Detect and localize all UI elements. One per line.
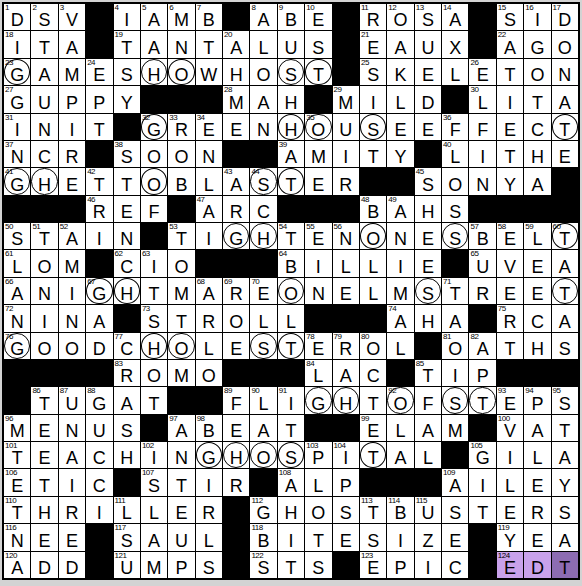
cell-r20-c12[interactable]: T xyxy=(305,524,331,550)
cell-r18-c20[interactable]: E xyxy=(524,469,550,495)
cell-r6-c6[interactable]: O xyxy=(141,141,167,167)
cell-r18-c12[interactable]: L xyxy=(305,469,331,495)
cell-r17-c3[interactable]: A xyxy=(59,442,85,468)
cell-r13-c7[interactable]: O xyxy=(168,333,194,359)
cell-r4-c11[interactable]: H xyxy=(278,86,304,112)
cell-r4-c19[interactable]: I xyxy=(497,86,523,112)
cell-r16-c21[interactable]: T xyxy=(552,415,578,441)
cell-r21-c21[interactable]: T xyxy=(552,552,578,578)
cell-r18-c18[interactable]: I xyxy=(469,469,495,495)
cell-r10-c11[interactable]: 64B xyxy=(278,250,304,276)
cell-r4-c5[interactable]: Y xyxy=(114,86,140,112)
cell-r15-c14[interactable]: T xyxy=(360,387,386,413)
cell-r12-c15[interactable]: 74A xyxy=(387,305,413,331)
cell-r15-c3[interactable]: 87U xyxy=(59,387,85,413)
cell-r3-c4[interactable]: 24E xyxy=(86,59,112,85)
cell-r19-c2[interactable]: H xyxy=(31,497,57,523)
cell-r14-c16[interactable]: 85T xyxy=(415,360,441,386)
cell-r17-c2[interactable]: E xyxy=(31,442,57,468)
cell-r17-c1[interactable]: 101T xyxy=(4,442,30,468)
cell-r9-c16[interactable]: E xyxy=(415,223,441,249)
cell-r16-c8[interactable]: 98B xyxy=(196,415,222,441)
cell-r9-c8[interactable]: I xyxy=(196,223,222,249)
cell-r10-c18[interactable]: 65U xyxy=(469,250,495,276)
cell-r12-c17[interactable]: A xyxy=(442,305,468,331)
cell-r11-c5[interactable]: H xyxy=(114,278,140,304)
cell-r19-c19[interactable]: E xyxy=(497,497,523,523)
cell-r9-c20[interactable]: 59L xyxy=(524,223,550,249)
cell-r6-c5[interactable]: 38S xyxy=(114,141,140,167)
cell-r4-c1[interactable]: 27G xyxy=(4,86,30,112)
cell-r8-c14[interactable]: 48B xyxy=(360,196,386,222)
cell-r16-c14[interactable]: 99E xyxy=(360,415,386,441)
cell-r3-c17[interactable]: L xyxy=(442,59,468,85)
cell-r11-c1[interactable]: 66A xyxy=(4,278,30,304)
cell-r11-c15[interactable]: M xyxy=(387,278,413,304)
cell-r11-c2[interactable]: N xyxy=(31,278,57,304)
cell-r16-c4[interactable]: U xyxy=(86,415,112,441)
cell-r19-c20[interactable]: R xyxy=(524,497,550,523)
cell-r1-c20[interactable]: 16I xyxy=(524,4,550,30)
cell-r9-c10[interactable]: H xyxy=(250,223,276,249)
cell-r10-c19[interactable]: V xyxy=(497,250,523,276)
cell-r5-c11[interactable]: H xyxy=(278,114,304,140)
cell-r4-c21[interactable]: A xyxy=(552,86,578,112)
cell-r17-c20[interactable]: L xyxy=(524,442,550,468)
cell-r3-c16[interactable]: E xyxy=(415,59,441,85)
cell-r3-c8[interactable]: W xyxy=(196,59,222,85)
cell-r21-c6[interactable]: M xyxy=(141,552,167,578)
cell-r6-c13[interactable]: I xyxy=(333,141,359,167)
cell-r21-c10[interactable]: 122S xyxy=(250,552,276,578)
cell-r6-c1[interactable]: 37N xyxy=(4,141,30,167)
cell-r20-c15[interactable]: I xyxy=(387,524,413,550)
cell-r17-c14[interactable]: T xyxy=(360,442,386,468)
cell-r20-c14[interactable]: S xyxy=(360,524,386,550)
cell-r5-c19[interactable]: E xyxy=(497,114,523,140)
cell-r16-c16[interactable]: A xyxy=(415,415,441,441)
cell-r14-c18[interactable]: P xyxy=(469,360,495,386)
cell-r15-c4[interactable]: 88G xyxy=(86,387,112,413)
cell-r10-c7[interactable]: O xyxy=(168,250,194,276)
cell-r13-c2[interactable]: O xyxy=(31,333,57,359)
cell-r16-c19[interactable]: 100V xyxy=(497,415,523,441)
cell-r1-c17[interactable]: 14A xyxy=(442,4,468,30)
cell-r14-c14[interactable]: C xyxy=(360,360,386,386)
cell-r19-c3[interactable]: R xyxy=(59,497,85,523)
cell-r10-c1[interactable]: 61L xyxy=(4,250,30,276)
cell-r2-c12[interactable]: S xyxy=(305,31,331,57)
cell-r17-c21[interactable]: A xyxy=(552,442,578,468)
cell-r13-c17[interactable]: 81O xyxy=(442,333,468,359)
cell-r7-c7[interactable]: B xyxy=(168,168,194,194)
cell-r16-c15[interactable]: L xyxy=(387,415,413,441)
cell-r5-c9[interactable]: E xyxy=(223,114,249,140)
cell-r7-c10[interactable]: 44S xyxy=(250,168,276,194)
cell-r20-c1[interactable]: 116N xyxy=(4,524,30,550)
cell-r19-c13[interactable]: S xyxy=(333,497,359,523)
cell-r13-c10[interactable]: S xyxy=(250,333,276,359)
cell-r7-c12[interactable]: E xyxy=(305,168,331,194)
cell-r3-c20[interactable]: O xyxy=(524,59,550,85)
cell-r1-c15[interactable]: 12O xyxy=(387,4,413,30)
cell-r5-c14[interactable]: S xyxy=(360,114,386,140)
cell-r13-c9[interactable]: E xyxy=(223,333,249,359)
cell-r4-c3[interactable]: P xyxy=(59,86,85,112)
cell-r5-c17[interactable]: 36F xyxy=(442,114,468,140)
cell-r12-c4[interactable]: A xyxy=(86,305,112,331)
cell-r11-c7[interactable]: M xyxy=(168,278,194,304)
cell-r3-c12[interactable]: T xyxy=(305,59,331,85)
cell-r13-c6[interactable]: H xyxy=(141,333,167,359)
cell-r9-c7[interactable]: 53T xyxy=(168,223,194,249)
cell-r7-c11[interactable]: T xyxy=(278,168,304,194)
cell-r2-c15[interactable]: A xyxy=(387,31,413,57)
cell-r20-c13[interactable]: E xyxy=(333,524,359,550)
cell-r5-c3[interactable]: I xyxy=(59,114,85,140)
cell-r19-c14[interactable]: 113T xyxy=(360,497,386,523)
cell-r11-c8[interactable]: 68A xyxy=(196,278,222,304)
cell-r13-c5[interactable]: 77C xyxy=(114,333,140,359)
cell-r5-c7[interactable]: 33R xyxy=(168,114,194,140)
cell-r5-c15[interactable]: E xyxy=(387,114,413,140)
cell-r16-c10[interactable]: A xyxy=(250,415,276,441)
cell-r10-c12[interactable]: I xyxy=(305,250,331,276)
cell-r19-c21[interactable]: S xyxy=(552,497,578,523)
cell-r17-c11[interactable]: S xyxy=(278,442,304,468)
cell-r21-c12[interactable]: S xyxy=(305,552,331,578)
cell-r20-c5[interactable]: 117S xyxy=(114,524,140,550)
cell-r5-c16[interactable]: E xyxy=(415,114,441,140)
cell-r5-c2[interactable]: N xyxy=(31,114,57,140)
cell-r7-c19[interactable]: Y xyxy=(497,168,523,194)
cell-r16-c5[interactable]: S xyxy=(114,415,140,441)
cell-r7-c6[interactable]: O xyxy=(141,168,167,194)
cell-r19-c6[interactable]: L xyxy=(141,497,167,523)
cell-r9-c2[interactable]: 51T xyxy=(31,223,57,249)
cell-r12-c16[interactable]: H xyxy=(415,305,441,331)
cell-r4-c2[interactable]: U xyxy=(31,86,57,112)
cell-r3-c3[interactable]: M xyxy=(59,59,85,85)
cell-r6-c19[interactable]: T xyxy=(497,141,523,167)
cell-r5-c6[interactable]: 32G xyxy=(141,114,167,140)
cell-r18-c6[interactable]: 107S xyxy=(141,469,167,495)
cell-r9-c11[interactable]: 54T xyxy=(278,223,304,249)
cell-r21-c20[interactable]: D xyxy=(524,552,550,578)
cell-r20-c11[interactable]: I xyxy=(278,524,304,550)
cell-r20-c16[interactable]: Z xyxy=(415,524,441,550)
cell-r5-c4[interactable]: T xyxy=(86,114,112,140)
cell-r6-c7[interactable]: O xyxy=(168,141,194,167)
cell-r2-c9[interactable]: 20A xyxy=(223,31,249,57)
cell-r20-c7[interactable]: U xyxy=(168,524,194,550)
cell-r2-c7[interactable]: N xyxy=(168,31,194,57)
cell-r19-c12[interactable]: O xyxy=(305,497,331,523)
cell-r20-c8[interactable]: L xyxy=(196,524,222,550)
cell-r6-c3[interactable]: R xyxy=(59,141,85,167)
cell-r16-c9[interactable]: E xyxy=(223,415,249,441)
cell-r12-c10[interactable]: L xyxy=(250,305,276,331)
cell-r14-c13[interactable]: A xyxy=(333,360,359,386)
cell-r1-c6[interactable]: 5A xyxy=(141,4,167,30)
cell-r5-c1[interactable]: 31I xyxy=(4,114,30,140)
cell-r13-c4[interactable]: D xyxy=(86,333,112,359)
cell-r9-c12[interactable]: 55E xyxy=(305,223,331,249)
cell-r10-c13[interactable]: L xyxy=(333,250,359,276)
cell-r11-c6[interactable]: T xyxy=(141,278,167,304)
cell-r5-c21[interactable]: T xyxy=(552,114,578,140)
cell-r9-c15[interactable]: N xyxy=(387,223,413,249)
cell-r19-c10[interactable]: 112G xyxy=(250,497,276,523)
cell-r13-c19[interactable]: T xyxy=(497,333,523,359)
cell-r7-c3[interactable]: E xyxy=(59,168,85,194)
cell-r5-c18[interactable]: F xyxy=(469,114,495,140)
cell-r7-c4[interactable]: 42T xyxy=(86,168,112,194)
cell-r15-c19[interactable]: 93E xyxy=(497,387,523,413)
cell-r10-c2[interactable]: O xyxy=(31,250,57,276)
cell-r6-c20[interactable]: H xyxy=(524,141,550,167)
cell-r9-c19[interactable]: 58E xyxy=(497,223,523,249)
cell-r1-c11[interactable]: 9B xyxy=(278,4,304,30)
cell-r14-c7[interactable]: M xyxy=(168,360,194,386)
cell-r2-c2[interactable]: T xyxy=(31,31,57,57)
cell-r17-c19[interactable]: I xyxy=(497,442,523,468)
cell-r2-c11[interactable]: U xyxy=(278,31,304,57)
cell-r1-c5[interactable]: 4I xyxy=(114,4,140,30)
cell-r15-c17[interactable]: S xyxy=(442,387,468,413)
cell-r17-c15[interactable]: A xyxy=(387,442,413,468)
cell-r9-c5[interactable]: N xyxy=(114,223,140,249)
cell-r6-c15[interactable]: Y xyxy=(387,141,413,167)
cell-r3-c15[interactable]: K xyxy=(387,59,413,85)
cell-r19-c15[interactable]: 114B xyxy=(387,497,413,523)
cell-r8-c17[interactable]: S xyxy=(442,196,468,222)
cell-r21-c16[interactable]: I xyxy=(415,552,441,578)
cell-r6-c8[interactable]: N xyxy=(196,141,222,167)
cell-r1-c19[interactable]: 15S xyxy=(497,4,523,30)
cell-r11-c13[interactable]: E xyxy=(333,278,359,304)
cell-r4-c10[interactable]: A xyxy=(250,86,276,112)
cell-r15-c6[interactable]: T xyxy=(141,387,167,413)
cell-r17-c5[interactable]: H xyxy=(114,442,140,468)
cell-r3-c14[interactable]: 25S xyxy=(360,59,386,85)
cell-r1-c2[interactable]: 2S xyxy=(31,4,57,30)
cell-r13-c3[interactable]: O xyxy=(59,333,85,359)
cell-r1-c8[interactable]: 7B xyxy=(196,4,222,30)
cell-r12-c11[interactable]: L xyxy=(278,305,304,331)
cell-r17-c9[interactable]: H xyxy=(223,442,249,468)
cell-r15-c13[interactable]: H xyxy=(333,387,359,413)
cell-r17-c6[interactable]: 102I xyxy=(141,442,167,468)
cell-r18-c13[interactable]: P xyxy=(333,469,359,495)
cell-r1-c10[interactable]: 8A xyxy=(250,4,276,30)
cell-r9-c21[interactable]: 60T xyxy=(552,223,578,249)
cell-r8-c15[interactable]: 49A xyxy=(387,196,413,222)
cell-r7-c5[interactable]: T xyxy=(114,168,140,194)
cell-r18-c7[interactable]: T xyxy=(168,469,194,495)
cell-r21-c3[interactable]: D xyxy=(59,552,85,578)
cell-r6-c2[interactable]: C xyxy=(31,141,57,167)
cell-r7-c8[interactable]: L xyxy=(196,168,222,194)
cell-r11-c14[interactable]: L xyxy=(360,278,386,304)
cell-r19-c17[interactable]: S xyxy=(442,497,468,523)
cell-r11-c12[interactable]: N xyxy=(305,278,331,304)
cell-r18-c19[interactable]: L xyxy=(497,469,523,495)
cell-r3-c5[interactable]: S xyxy=(114,59,140,85)
cell-r4-c16[interactable]: D xyxy=(415,86,441,112)
cell-r17-c18[interactable]: 105G xyxy=(469,442,495,468)
cell-r18-c9[interactable]: R xyxy=(223,469,249,495)
cell-r8-c5[interactable]: E xyxy=(114,196,140,222)
cell-r11-c21[interactable]: T xyxy=(552,278,578,304)
cell-r14-c5[interactable]: 83R xyxy=(114,360,140,386)
cell-r17-c12[interactable]: 103P xyxy=(305,442,331,468)
cell-r17-c13[interactable]: 104I xyxy=(333,442,359,468)
cell-r4-c9[interactable]: 28M xyxy=(223,86,249,112)
cell-r11-c9[interactable]: 69R xyxy=(223,278,249,304)
cell-r7-c18[interactable]: N xyxy=(469,168,495,194)
cell-r11-c4[interactable]: 67G xyxy=(86,278,112,304)
cell-r13-c18[interactable]: 82A xyxy=(469,333,495,359)
cell-r16-c3[interactable]: N xyxy=(59,415,85,441)
cell-r7-c20[interactable]: A xyxy=(524,168,550,194)
cell-r16-c17[interactable]: M xyxy=(442,415,468,441)
cell-r8-c16[interactable]: H xyxy=(415,196,441,222)
cell-r15-c5[interactable]: A xyxy=(114,387,140,413)
cell-r10-c6[interactable]: 63I xyxy=(141,250,167,276)
cell-r3-c1[interactable]: 23G xyxy=(4,59,30,85)
cell-r11-c20[interactable]: E xyxy=(524,278,550,304)
cell-r8-c10[interactable]: C xyxy=(250,196,276,222)
cell-r10-c3[interactable]: M xyxy=(59,250,85,276)
cell-r4-c20[interactable]: T xyxy=(524,86,550,112)
cell-r4-c4[interactable]: P xyxy=(86,86,112,112)
cell-r20-c6[interactable]: A xyxy=(141,524,167,550)
cell-r12-c2[interactable]: I xyxy=(31,305,57,331)
cell-r13-c11[interactable]: T xyxy=(278,333,304,359)
cell-r3-c21[interactable]: N xyxy=(552,59,578,85)
cell-r2-c14[interactable]: 21E xyxy=(360,31,386,57)
cell-r8-c8[interactable]: 47A xyxy=(196,196,222,222)
cell-r14-c8[interactable]: O xyxy=(196,360,222,386)
cell-r15-c21[interactable]: 95S xyxy=(552,387,578,413)
cell-r2-c20[interactable]: G xyxy=(524,31,550,57)
cell-r21-c14[interactable]: 123E xyxy=(360,552,386,578)
cell-r12-c7[interactable]: T xyxy=(168,305,194,331)
cell-r18-c11[interactable]: 108A xyxy=(278,469,304,495)
cell-r20-c10[interactable]: 118B xyxy=(250,524,276,550)
cell-r17-c7[interactable]: N xyxy=(168,442,194,468)
cell-r2-c5[interactable]: 19T xyxy=(114,31,140,57)
cell-r13-c8[interactable]: L xyxy=(196,333,222,359)
cell-r10-c14[interactable]: L xyxy=(360,250,386,276)
cell-r4-c15[interactable]: L xyxy=(387,86,413,112)
cell-r12-c1[interactable]: 72N xyxy=(4,305,30,331)
cell-r6-c14[interactable]: T xyxy=(360,141,386,167)
cell-r13-c14[interactable]: 80O xyxy=(360,333,386,359)
cell-r15-c15[interactable]: 92O xyxy=(387,387,413,413)
cell-r16-c1[interactable]: 96M xyxy=(4,415,30,441)
cell-r3-c19[interactable]: T xyxy=(497,59,523,85)
cell-r3-c10[interactable]: O xyxy=(250,59,276,85)
cell-r19-c18[interactable]: T xyxy=(469,497,495,523)
cell-r18-c1[interactable]: 106E xyxy=(4,469,30,495)
cell-r6-c17[interactable]: 40L xyxy=(442,141,468,167)
cell-r11-c16[interactable]: S xyxy=(415,278,441,304)
cell-r8-c4[interactable]: 46R xyxy=(86,196,112,222)
cell-r12-c19[interactable]: 75R xyxy=(497,305,523,331)
cell-r4-c18[interactable]: 30L xyxy=(469,86,495,112)
cell-r9-c3[interactable]: 52A xyxy=(59,223,85,249)
cell-r9-c18[interactable]: 57B xyxy=(469,223,495,249)
cell-r12-c20[interactable]: C xyxy=(524,305,550,331)
cell-r20-c19[interactable]: 119Y xyxy=(497,524,523,550)
cell-r3-c7[interactable]: O xyxy=(168,59,194,85)
cell-r15-c11[interactable]: 91I xyxy=(278,387,304,413)
cell-r19-c7[interactable]: E xyxy=(168,497,194,523)
cell-r15-c12[interactable]: G xyxy=(305,387,331,413)
cell-r1-c12[interactable]: 10E xyxy=(305,4,331,30)
cell-r12-c3[interactable]: N xyxy=(59,305,85,331)
cell-r1-c7[interactable]: 6M xyxy=(168,4,194,30)
cell-r13-c20[interactable]: H xyxy=(524,333,550,359)
cell-r13-c13[interactable]: 79R xyxy=(333,333,359,359)
cell-r21-c17[interactable]: C xyxy=(442,552,468,578)
cell-r12-c8[interactable]: R xyxy=(196,305,222,331)
cell-r14-c17[interactable]: I xyxy=(442,360,468,386)
cell-r16-c2[interactable]: E xyxy=(31,415,57,441)
cell-r18-c8[interactable]: I xyxy=(196,469,222,495)
cell-r3-c2[interactable]: A xyxy=(31,59,57,85)
cell-r12-c6[interactable]: 73S xyxy=(141,305,167,331)
cell-r21-c8[interactable]: S xyxy=(196,552,222,578)
cell-r5-c13[interactable]: U xyxy=(333,114,359,140)
cell-r7-c17[interactable]: O xyxy=(442,168,468,194)
cell-r8-c9[interactable]: R xyxy=(223,196,249,222)
cell-r21-c11[interactable]: T xyxy=(278,552,304,578)
cell-r17-c8[interactable]: G xyxy=(196,442,222,468)
cell-r7-c13[interactable]: R xyxy=(333,168,359,194)
cell-r1-c1[interactable]: 1D xyxy=(4,4,30,30)
cell-r2-c8[interactable]: T xyxy=(196,31,222,57)
cell-r6-c12[interactable]: M xyxy=(305,141,331,167)
cell-r9-c9[interactable]: G xyxy=(223,223,249,249)
cell-r21-c1[interactable]: 120A xyxy=(4,552,30,578)
cell-r18-c4[interactable]: C xyxy=(86,469,112,495)
cell-r14-c12[interactable]: 84L xyxy=(305,360,331,386)
cell-r19-c16[interactable]: 115U xyxy=(415,497,441,523)
cell-r10-c15[interactable]: I xyxy=(387,250,413,276)
cell-r7-c16[interactable]: 45S xyxy=(415,168,441,194)
cell-r18-c21[interactable]: Y xyxy=(552,469,578,495)
cell-r19-c1[interactable]: 110T xyxy=(4,497,30,523)
cell-r5-c12[interactable]: 35O xyxy=(305,114,331,140)
cell-r2-c16[interactable]: U xyxy=(415,31,441,57)
cell-r21-c2[interactable]: D xyxy=(31,552,57,578)
cell-r2-c10[interactable]: L xyxy=(250,31,276,57)
cell-r2-c21[interactable]: O xyxy=(552,31,578,57)
cell-r21-c19[interactable]: 124E xyxy=(497,552,523,578)
cell-r12-c21[interactable]: A xyxy=(552,305,578,331)
cell-r2-c1[interactable]: 18I xyxy=(4,31,30,57)
cell-r15-c18[interactable]: T xyxy=(469,387,495,413)
cell-r19-c4[interactable]: I xyxy=(86,497,112,523)
cell-r1-c14[interactable]: 11R xyxy=(360,4,386,30)
cell-r2-c17[interactable]: X xyxy=(442,31,468,57)
cell-r16-c11[interactable]: T xyxy=(278,415,304,441)
cell-r5-c10[interactable]: N xyxy=(250,114,276,140)
cell-r5-c8[interactable]: 34E xyxy=(196,114,222,140)
